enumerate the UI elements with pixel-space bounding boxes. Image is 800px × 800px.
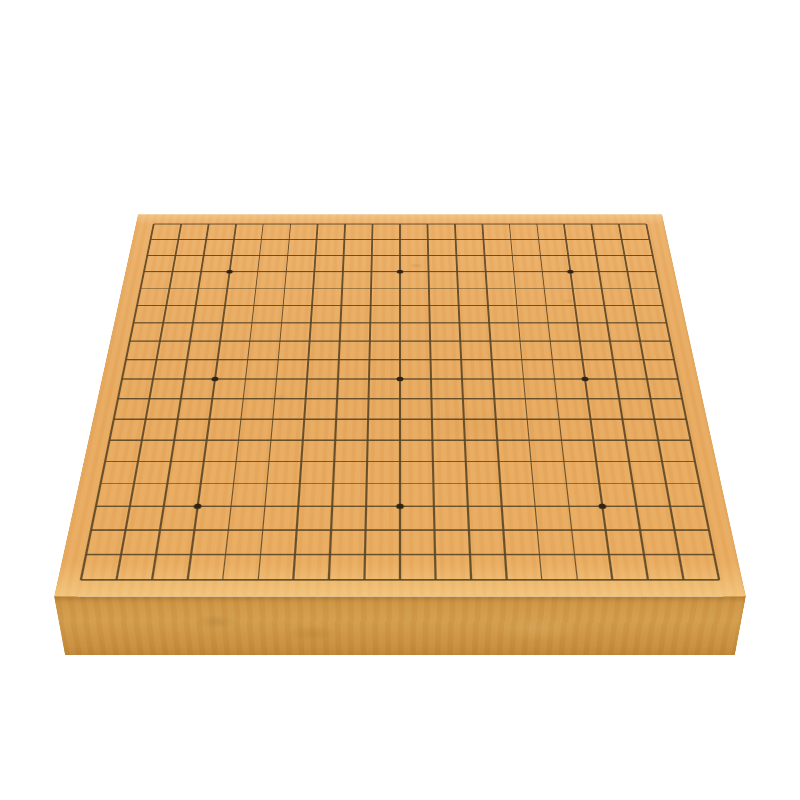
grid-line-horizontal: [118, 398, 682, 399]
star-point: [599, 504, 607, 509]
star-point: [396, 504, 404, 509]
product-photo-page: [0, 0, 800, 800]
go-board-top-surface[interactable]: [54, 214, 745, 596]
grid-line-vertical: [509, 224, 543, 580]
goban-scene: [0, 0, 800, 800]
grid-line-vertical: [151, 224, 209, 580]
star-point: [582, 377, 590, 381]
grid-line-vertical: [591, 224, 649, 580]
grid-line-vertical: [80, 224, 155, 580]
go-board-front-side: [54, 597, 745, 656]
grid-line-vertical: [618, 224, 684, 580]
grid-line-vertical: [427, 224, 437, 580]
star-point: [211, 377, 219, 381]
grid-line-vertical: [293, 224, 319, 580]
grid-line-vertical: [115, 224, 181, 580]
grid-line-vertical: [454, 224, 472, 580]
star-point: [226, 270, 233, 274]
grid-line-horizontal: [86, 554, 714, 555]
grid-line-vertical: [328, 224, 346, 580]
grid-line-horizontal: [105, 461, 695, 462]
grid-line-vertical: [399, 224, 401, 580]
grid-line-vertical: [364, 224, 374, 580]
grid-line-vertical: [186, 224, 236, 580]
star-point: [396, 377, 403, 381]
grid-line-horizontal: [81, 579, 720, 580]
grid-line-horizontal: [96, 506, 704, 507]
grid-line-vertical: [257, 224, 291, 580]
grid-line-horizontal: [114, 418, 687, 419]
grid-line-horizontal: [91, 530, 709, 531]
grid-line-horizontal: [100, 483, 699, 484]
go-board: [54, 214, 745, 596]
star-point: [397, 270, 403, 274]
grid-line-vertical: [481, 224, 507, 580]
go-grid: [54, 214, 745, 596]
star-point: [193, 504, 201, 509]
grid-line-vertical: [563, 224, 613, 580]
grid-line-horizontal: [109, 439, 690, 440]
grid-line-vertical: [646, 224, 721, 580]
star-point: [567, 270, 574, 274]
